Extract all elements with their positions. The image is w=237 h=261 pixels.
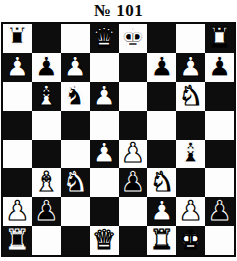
square-g7: ♟ [176,53,205,82]
square-c3: ♞ [61,168,90,197]
square-e5 [119,111,148,140]
white-pawn: ♟ [5,197,29,224]
square-a5 [3,111,32,140]
square-g6: ♞ [176,82,205,111]
square-a2: ♟ [3,197,32,226]
square-d1: ♛ [90,226,119,255]
square-a1: ♜ [3,226,32,255]
puzzle-number: № 101 [0,0,237,22]
square-c4 [61,140,90,169]
black-rook: ♜ [5,24,29,51]
black-knight: ♞ [63,82,87,109]
square-d3 [90,168,119,197]
page: { "title": "№ 101", "game": "chess", "po… [0,0,237,261]
white-knight: ♞ [150,168,174,195]
square-g1: ♚ [176,226,205,255]
white-pawn: ♟ [92,82,116,109]
square-f8 [147,24,176,53]
square-e7 [119,53,148,82]
chess-board: ♜♛♚♜♟♟♟♟♟♟♝♞♟♞♟♟♝♝♞♟♞♟♟♟♟♟♜♛♜♚ [1,22,236,257]
square-b3: ♝ [32,168,61,197]
black-bishop: ♝ [179,140,203,167]
white-rook: ♜ [207,24,231,51]
square-d7 [90,53,119,82]
white-bishop: ♝ [34,82,58,109]
square-f6 [147,82,176,111]
square-e3: ♟ [119,168,148,197]
white-pawn: ♟ [92,140,116,167]
square-b4 [32,140,61,169]
white-king: ♚ [179,226,203,253]
square-d8: ♛ [90,24,119,53]
square-g8 [176,24,205,53]
square-h7: ♟ [205,53,234,82]
square-f2: ♟ [147,197,176,226]
square-f5 [147,111,176,140]
square-e1 [119,226,148,255]
square-a4 [3,140,32,169]
square-c2 [61,197,90,226]
black-pawn: ♟ [207,197,231,224]
square-g4: ♝ [176,140,205,169]
square-h3 [205,168,234,197]
square-c7: ♟ [61,53,90,82]
square-b2: ♟ [32,197,61,226]
white-queen: ♛ [92,226,116,253]
square-b7: ♟ [32,53,61,82]
square-c5 [61,111,90,140]
square-d4: ♟ [90,140,119,169]
black-pawn: ♟ [207,53,231,80]
black-pawn: ♟ [34,53,58,80]
white-pawn: ♟ [63,53,87,80]
square-g5 [176,111,205,140]
square-e4: ♟ [119,140,148,169]
white-pawn: ♟ [5,53,29,80]
square-a8: ♜ [3,24,32,53]
square-a7: ♟ [3,53,32,82]
square-b8 [32,24,61,53]
black-pawn: ♟ [34,197,58,224]
white-pawn: ♟ [121,140,145,167]
square-e2 [119,197,148,226]
square-e6 [119,82,148,111]
black-pawn: ♟ [150,53,174,80]
square-c1 [61,226,90,255]
square-h4 [205,140,234,169]
square-d2 [90,197,119,226]
square-h6 [205,82,234,111]
white-queen: ♛ [92,24,116,51]
square-a3 [3,168,32,197]
square-h5 [205,111,234,140]
square-f1: ♜ [147,226,176,255]
square-c8 [61,24,90,53]
square-g3 [176,168,205,197]
square-b6: ♝ [32,82,61,111]
white-pawn: ♟ [179,197,203,224]
white-rook: ♜ [150,226,174,253]
square-b5 [32,111,61,140]
square-a6 [3,82,32,111]
black-rook: ♜ [5,226,29,253]
square-h2: ♟ [205,197,234,226]
square-f3: ♞ [147,168,176,197]
square-f4 [147,140,176,169]
black-knight: ♞ [63,168,87,195]
square-b1 [32,226,61,255]
white-pawn: ♟ [150,197,174,224]
white-bishop: ♝ [34,168,58,195]
black-king: ♚ [121,24,145,51]
square-e8: ♚ [119,24,148,53]
square-g2: ♟ [176,197,205,226]
black-pawn: ♟ [121,168,145,195]
square-c6: ♞ [61,82,90,111]
square-f7: ♟ [147,53,176,82]
white-pawn: ♟ [179,53,203,80]
square-d6: ♟ [90,82,119,111]
white-knight: ♞ [179,82,203,109]
square-d5 [90,111,119,140]
square-h8: ♜ [205,24,234,53]
square-h1 [205,226,234,255]
